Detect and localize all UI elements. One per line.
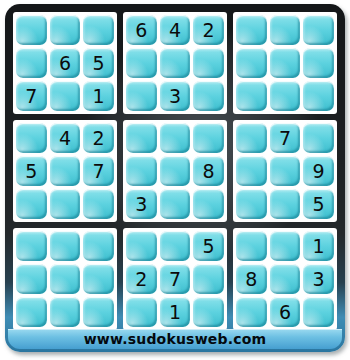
digit: 5	[25, 162, 37, 181]
cell-r5c3[interactable]: 7	[83, 156, 114, 186]
footer-bar: www.sudokusweb.com	[8, 329, 342, 349]
digit: 6	[135, 21, 147, 40]
cell-r9c9[interactable]	[303, 297, 334, 327]
cell-r3c5[interactable]: 3	[160, 81, 191, 111]
cell-r7c7[interactable]	[236, 231, 267, 261]
cell-r1c3[interactable]	[83, 15, 114, 45]
cell-r8c2[interactable]	[50, 264, 81, 294]
cell-r2c4[interactable]	[126, 48, 157, 78]
cell-r4c6[interactable]	[193, 123, 224, 153]
cell-r4c2[interactable]: 4	[50, 123, 81, 153]
cell-r6c2[interactable]	[50, 189, 81, 219]
cell-r3c8[interactable]	[270, 81, 301, 111]
cell-r5c2[interactable]	[50, 156, 81, 186]
cell-r9c8[interactable]: 6	[270, 297, 301, 327]
box-3-2: 5271	[123, 228, 227, 330]
cell-r1c7[interactable]	[236, 15, 267, 45]
cell-r7c1[interactable]	[16, 231, 47, 261]
cell-r6c9[interactable]: 5	[303, 189, 334, 219]
cell-r9c5[interactable]: 1	[160, 297, 191, 327]
digit: 9	[313, 162, 325, 181]
cell-r8c1[interactable]	[16, 264, 47, 294]
cell-r5c4[interactable]	[126, 156, 157, 186]
digit: 3	[135, 195, 147, 214]
cell-r8c4[interactable]: 2	[126, 264, 157, 294]
cell-r1c4[interactable]: 6	[126, 15, 157, 45]
cell-r9c1[interactable]	[16, 297, 47, 327]
digit: 6	[279, 303, 291, 322]
digit: 7	[25, 87, 37, 106]
cell-r6c4[interactable]: 3	[126, 189, 157, 219]
cell-r5c1[interactable]: 5	[16, 156, 47, 186]
cell-r1c9[interactable]	[303, 15, 334, 45]
cell-r7c3[interactable]	[83, 231, 114, 261]
cell-r6c7[interactable]	[236, 189, 267, 219]
cell-r9c4[interactable]	[126, 297, 157, 327]
cell-r4c1[interactable]	[16, 123, 47, 153]
cell-r4c9[interactable]	[303, 123, 334, 153]
box-1-1: 6571	[13, 12, 117, 114]
digit: 4	[169, 21, 181, 40]
box-3-3: 1836	[233, 228, 337, 330]
cell-r1c6[interactable]: 2	[193, 15, 224, 45]
digit: 5	[203, 237, 215, 256]
site-url[interactable]: www.sudokusweb.com	[84, 331, 267, 347]
cell-r1c1[interactable]	[16, 15, 47, 45]
cell-r8c5[interactable]: 7	[160, 264, 191, 294]
digit: 2	[135, 270, 147, 289]
cell-r7c8[interactable]	[270, 231, 301, 261]
cell-r2c2[interactable]: 6	[50, 48, 81, 78]
cell-r3c2[interactable]	[50, 81, 81, 111]
cell-r9c3[interactable]	[83, 297, 114, 327]
digit: 8	[203, 162, 215, 181]
cell-r5c6[interactable]: 8	[193, 156, 224, 186]
cell-r7c2[interactable]	[50, 231, 81, 261]
cell-r4c5[interactable]	[160, 123, 191, 153]
cell-r1c5[interactable]: 4	[160, 15, 191, 45]
cell-r2c7[interactable]	[236, 48, 267, 78]
box-3-1	[13, 228, 117, 330]
cell-r5c9[interactable]: 9	[303, 156, 334, 186]
digit: 3	[169, 87, 181, 106]
cell-r3c1[interactable]: 7	[16, 81, 47, 111]
cell-r4c4[interactable]	[126, 123, 157, 153]
digit: 8	[245, 270, 257, 289]
cell-r5c5[interactable]	[160, 156, 191, 186]
cell-r9c7[interactable]	[236, 297, 267, 327]
cell-r6c1[interactable]	[16, 189, 47, 219]
digit: 7	[93, 162, 105, 181]
cell-r2c5[interactable]	[160, 48, 191, 78]
digit: 7	[279, 129, 291, 148]
cell-r7c4[interactable]	[126, 231, 157, 261]
box-1-2: 6423	[123, 12, 227, 114]
cell-r7c6[interactable]: 5	[193, 231, 224, 261]
cell-r8c7[interactable]: 8	[236, 264, 267, 294]
cell-r5c8[interactable]	[270, 156, 301, 186]
cell-r8c3[interactable]	[83, 264, 114, 294]
cell-r1c8[interactable]	[270, 15, 301, 45]
cell-r8c9[interactable]: 3	[303, 264, 334, 294]
cell-r7c5[interactable]	[160, 231, 191, 261]
digit: 4	[59, 129, 71, 148]
cell-r3c4[interactable]	[126, 81, 157, 111]
box-2-2: 83	[123, 120, 227, 222]
cell-r4c8[interactable]: 7	[270, 123, 301, 153]
cell-r6c6[interactable]	[193, 189, 224, 219]
digit: 2	[203, 21, 215, 40]
cell-r2c8[interactable]	[270, 48, 301, 78]
cell-r3c6[interactable]	[193, 81, 224, 111]
cell-r9c6[interactable]	[193, 297, 224, 327]
cell-r2c3[interactable]: 5	[83, 48, 114, 78]
cell-r8c6[interactable]	[193, 264, 224, 294]
cell-r3c7[interactable]	[236, 81, 267, 111]
digit: 5	[93, 54, 105, 73]
digit: 5	[313, 195, 325, 214]
cell-r2c1[interactable]	[16, 48, 47, 78]
cell-r5c7[interactable]	[236, 156, 267, 186]
cell-r6c8[interactable]	[270, 189, 301, 219]
box-1-3	[233, 12, 337, 114]
sudoku-page: 6571642342578379552711836 www.sudokusweb…	[0, 0, 350, 360]
digit: 1	[93, 87, 105, 106]
digit: 3	[313, 270, 325, 289]
cell-r4c3[interactable]: 2	[83, 123, 114, 153]
cell-r3c9[interactable]	[303, 81, 334, 111]
cell-r8c8[interactable]	[270, 264, 301, 294]
digit: 1	[313, 237, 325, 256]
cell-r4c7[interactable]	[236, 123, 267, 153]
sudoku-frame: 6571642342578379552711836 www.sudokusweb…	[5, 4, 345, 352]
box-2-3: 795	[233, 120, 337, 222]
cell-r9c2[interactable]	[50, 297, 81, 327]
cell-r7c9[interactable]: 1	[303, 231, 334, 261]
digit: 1	[169, 303, 181, 322]
digit: 6	[59, 54, 71, 73]
box-2-1: 4257	[13, 120, 117, 222]
cell-r3c3[interactable]: 1	[83, 81, 114, 111]
cell-r2c9[interactable]	[303, 48, 334, 78]
cell-r6c5[interactable]	[160, 189, 191, 219]
cell-r1c2[interactable]	[50, 15, 81, 45]
cell-r6c3[interactable]	[83, 189, 114, 219]
digit: 7	[169, 270, 181, 289]
cell-r2c6[interactable]	[193, 48, 224, 78]
sudoku-board: 6571642342578379552711836	[13, 12, 337, 330]
digit: 2	[93, 129, 105, 148]
